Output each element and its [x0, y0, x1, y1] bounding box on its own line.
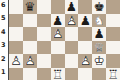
- white-pawn-fill: ♟: [9, 54, 23, 68]
- black-king-g6[interactable]: ♚: [92, 0, 106, 14]
- square-d1[interactable]: ♜♖: [51, 68, 65, 81]
- square-b5[interactable]: [23, 14, 37, 28]
- square-h4[interactable]: [106, 27, 120, 41]
- square-f4[interactable]: [78, 27, 92, 41]
- white-rook-fill: ♜: [106, 68, 120, 81]
- square-h5[interactable]: [106, 14, 120, 28]
- white-pawn-e5[interactable]: ♙: [65, 14, 79, 28]
- square-e4[interactable]: [65, 27, 79, 41]
- white-queen-g3[interactable]: ♕: [92, 41, 106, 55]
- square-c1[interactable]: [37, 68, 51, 81]
- square-h2[interactable]: [106, 54, 120, 68]
- white-pawn-fill: ♟: [51, 27, 65, 41]
- black-queen-b6[interactable]: ♛: [23, 0, 37, 14]
- square-e2[interactable]: [65, 54, 79, 68]
- white-pawn-f2[interactable]: ♙: [78, 54, 92, 68]
- square-h3[interactable]: [106, 41, 120, 55]
- square-d3[interactable]: [51, 41, 65, 55]
- square-c2[interactable]: [37, 54, 51, 68]
- rank-label-5: 5: [1, 15, 7, 22]
- square-d6[interactable]: [51, 0, 65, 14]
- square-a6[interactable]: [9, 0, 23, 14]
- black-pawn-d5[interactable]: ♟: [51, 14, 65, 28]
- square-e1[interactable]: [65, 68, 79, 81]
- black-pawn-e6[interactable]: ♟: [65, 0, 79, 14]
- square-d4[interactable]: ♟♙: [51, 27, 65, 41]
- rank-label-6: 6: [1, 2, 7, 9]
- white-knight-fill: ♞: [92, 14, 106, 28]
- square-h1[interactable]: ♜♖: [106, 68, 120, 81]
- white-queen-fill: ♛: [92, 41, 106, 55]
- square-c4[interactable]: [37, 27, 51, 41]
- square-g1[interactable]: [92, 68, 106, 81]
- white-king-g2[interactable]: ♔: [92, 54, 106, 68]
- white-rook-d1[interactable]: ♖: [51, 68, 65, 81]
- square-g3[interactable]: ♛♕: [92, 41, 106, 55]
- square-h6[interactable]: [106, 0, 120, 14]
- white-pawn-fill: ♟: [78, 54, 92, 68]
- square-g6[interactable]: ♚: [92, 0, 106, 14]
- square-f6[interactable]: [78, 0, 92, 14]
- square-d2[interactable]: [51, 54, 65, 68]
- square-e5[interactable]: ♟♙: [65, 14, 79, 28]
- square-a4[interactable]: [9, 27, 23, 41]
- white-knight-g5[interactable]: ♘: [92, 14, 106, 28]
- square-d5[interactable]: ♟: [51, 14, 65, 28]
- square-f1[interactable]: [78, 68, 92, 81]
- rank-label-1: 1: [1, 69, 7, 76]
- square-c3[interactable]: [37, 41, 51, 55]
- square-b3[interactable]: [23, 41, 37, 55]
- white-pawn-fill: ♟: [23, 54, 37, 68]
- square-e3[interactable]: [65, 41, 79, 55]
- rank-label-3: 3: [1, 42, 7, 49]
- square-a1[interactable]: [9, 68, 23, 81]
- square-b1[interactable]: [23, 68, 37, 81]
- square-c6[interactable]: [37, 0, 51, 14]
- white-rook-fill: ♜: [51, 68, 65, 81]
- square-g2[interactable]: ♚♔: [92, 54, 106, 68]
- rank-label-2: 2: [1, 56, 7, 63]
- chess-diagram: 654321 ♛♟♚♟♟♙♟♞♘♟♙♟♛♕♟♙♟♙♟♙♚♔♜♖♜♖: [0, 0, 120, 80]
- square-b6[interactable]: ♛: [23, 0, 37, 14]
- white-pawn-a2[interactable]: ♙: [9, 54, 23, 68]
- white-rook-h1[interactable]: ♖: [106, 68, 120, 81]
- square-f3[interactable]: [78, 41, 92, 55]
- square-f5[interactable]: ♟: [78, 14, 92, 28]
- square-g4[interactable]: ♟: [92, 27, 106, 41]
- white-king-fill: ♚: [92, 54, 106, 68]
- square-a3[interactable]: [9, 41, 23, 55]
- square-c5[interactable]: [37, 14, 51, 28]
- white-pawn-d4[interactable]: ♙: [51, 27, 65, 41]
- black-pawn-f5[interactable]: ♟: [78, 14, 92, 28]
- white-pawn-fill: ♟: [65, 14, 79, 28]
- black-pawn-g4[interactable]: ♟: [92, 27, 106, 41]
- square-f2[interactable]: ♟♙: [78, 54, 92, 68]
- chess-board: ♛♟♚♟♟♙♟♞♘♟♙♟♛♕♟♙♟♙♟♙♚♔♜♖♜♖: [8, 0, 120, 80]
- square-b4[interactable]: [23, 27, 37, 41]
- square-a5[interactable]: [9, 14, 23, 28]
- rank-label-column: 654321: [0, 0, 8, 80]
- rank-label-4: 4: [1, 29, 7, 36]
- square-b2[interactable]: ♟♙: [23, 54, 37, 68]
- square-a2[interactable]: ♟♙: [9, 54, 23, 68]
- square-g5[interactable]: ♞♘: [92, 14, 106, 28]
- square-e6[interactable]: ♟: [65, 0, 79, 14]
- white-pawn-b2[interactable]: ♙: [23, 54, 37, 68]
